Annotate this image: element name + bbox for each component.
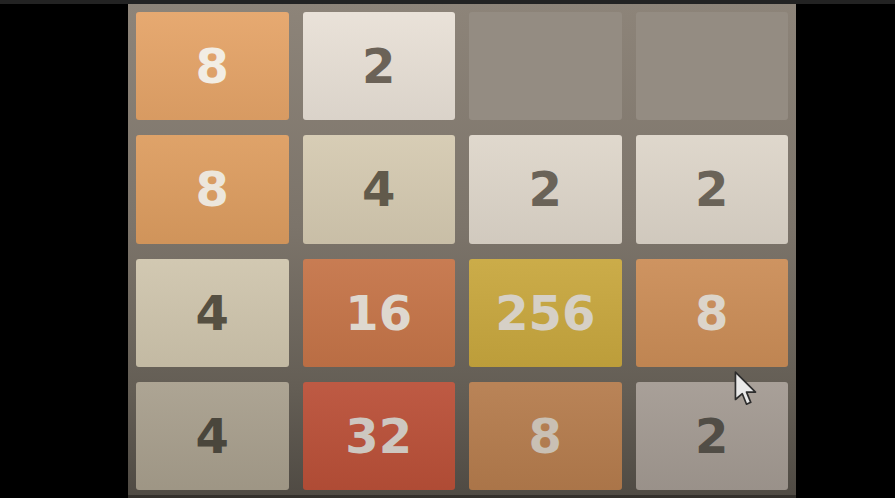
empty-cell-r0c3 xyxy=(636,12,789,120)
empty-cell-r0c2 xyxy=(469,12,622,120)
tile-2-r1c2: 2 xyxy=(469,135,622,243)
video-frame: 828422416256843282 xyxy=(0,0,895,498)
tile-4-r2c0: 4 xyxy=(136,259,289,367)
2048-board[interactable]: 828422416256843282 xyxy=(128,4,796,498)
tile-8-r2c3: 8 xyxy=(636,259,789,367)
tile-2-r1c3: 2 xyxy=(636,135,789,243)
tile-4-r3c0: 4 xyxy=(136,382,289,490)
tile-256-r2c2: 256 xyxy=(469,259,622,367)
tile-8-r1c0: 8 xyxy=(136,135,289,243)
tile-4-r1c1: 4 xyxy=(303,135,456,243)
tile-2-r0c1: 2 xyxy=(303,12,456,120)
tile-2-r3c3: 2 xyxy=(636,382,789,490)
tile-8-r3c2: 8 xyxy=(469,382,622,490)
tile-16-r2c1: 16 xyxy=(303,259,456,367)
tile-32-r3c1: 32 xyxy=(303,382,456,490)
tile-8-r0c0: 8 xyxy=(136,12,289,120)
